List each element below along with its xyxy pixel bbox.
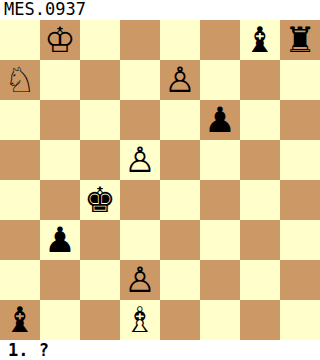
piece-white-pawn: ♙ — [124, 140, 155, 180]
square-g8[interactable]: ♝ — [240, 20, 280, 60]
square-a4[interactable] — [0, 180, 40, 220]
square-e1[interactable] — [160, 300, 200, 340]
piece-white-pawn: ♙ — [124, 260, 155, 300]
piece-black-pawn: ♟ — [44, 220, 75, 260]
square-c5[interactable] — [80, 140, 120, 180]
square-e4[interactable] — [160, 180, 200, 220]
square-g5[interactable] — [240, 140, 280, 180]
square-h8[interactable]: ♜ — [280, 20, 320, 60]
square-a7[interactable]: ♘ — [0, 60, 40, 100]
square-d8[interactable] — [120, 20, 160, 60]
square-f5[interactable] — [200, 140, 240, 180]
piece-white-bishop: ♗ — [124, 300, 155, 340]
square-e5[interactable] — [160, 140, 200, 180]
piece-white-king: ♔ — [44, 20, 75, 60]
square-b5[interactable] — [40, 140, 80, 180]
square-b3[interactable]: ♟ — [40, 220, 80, 260]
square-g7[interactable] — [240, 60, 280, 100]
square-b6[interactable] — [40, 100, 80, 140]
chess-board: ♔♝♜♘♙♟♙♚♟♙♝♗ — [0, 20, 320, 340]
square-c7[interactable] — [80, 60, 120, 100]
square-e3[interactable] — [160, 220, 200, 260]
piece-white-knight: ♘ — [4, 60, 35, 100]
piece-white-pawn: ♙ — [164, 60, 195, 100]
square-a1[interactable]: ♝ — [0, 300, 40, 340]
square-b1[interactable] — [40, 300, 80, 340]
square-b4[interactable] — [40, 180, 80, 220]
square-c3[interactable] — [80, 220, 120, 260]
square-e6[interactable] — [160, 100, 200, 140]
square-b7[interactable] — [40, 60, 80, 100]
square-g4[interactable] — [240, 180, 280, 220]
square-c2[interactable] — [80, 260, 120, 300]
square-e8[interactable] — [160, 20, 200, 60]
square-a8[interactable] — [0, 20, 40, 60]
square-d2[interactable]: ♙ — [120, 260, 160, 300]
square-g2[interactable] — [240, 260, 280, 300]
square-b8[interactable]: ♔ — [40, 20, 80, 60]
square-h7[interactable] — [280, 60, 320, 100]
square-g6[interactable] — [240, 100, 280, 140]
piece-black-rook: ♜ — [284, 20, 315, 60]
piece-black-king: ♚ — [84, 180, 115, 220]
square-f7[interactable] — [200, 60, 240, 100]
piece-black-bishop: ♝ — [4, 300, 35, 340]
square-d1[interactable]: ♗ — [120, 300, 160, 340]
square-f1[interactable] — [200, 300, 240, 340]
square-h6[interactable] — [280, 100, 320, 140]
puzzle-id: MES.0937 — [0, 0, 320, 20]
square-f8[interactable] — [200, 20, 240, 60]
square-d3[interactable] — [120, 220, 160, 260]
square-h4[interactable] — [280, 180, 320, 220]
square-a5[interactable] — [0, 140, 40, 180]
square-c1[interactable] — [80, 300, 120, 340]
piece-black-pawn: ♟ — [204, 100, 235, 140]
square-a2[interactable] — [0, 260, 40, 300]
piece-black-bishop: ♝ — [244, 20, 275, 60]
move-prompt: 1. ? — [0, 340, 320, 360]
square-g1[interactable] — [240, 300, 280, 340]
square-e2[interactable] — [160, 260, 200, 300]
square-h1[interactable] — [280, 300, 320, 340]
square-e7[interactable]: ♙ — [160, 60, 200, 100]
square-a6[interactable] — [0, 100, 40, 140]
square-f2[interactable] — [200, 260, 240, 300]
square-d6[interactable] — [120, 100, 160, 140]
square-c4[interactable]: ♚ — [80, 180, 120, 220]
square-h2[interactable] — [280, 260, 320, 300]
square-h3[interactable] — [280, 220, 320, 260]
square-c8[interactable] — [80, 20, 120, 60]
square-d4[interactable] — [120, 180, 160, 220]
square-d5[interactable]: ♙ — [120, 140, 160, 180]
square-f6[interactable]: ♟ — [200, 100, 240, 140]
square-c6[interactable] — [80, 100, 120, 140]
square-g3[interactable] — [240, 220, 280, 260]
square-f4[interactable] — [200, 180, 240, 220]
square-h5[interactable] — [280, 140, 320, 180]
square-b2[interactable] — [40, 260, 80, 300]
square-a3[interactable] — [0, 220, 40, 260]
square-f3[interactable] — [200, 220, 240, 260]
square-d7[interactable] — [120, 60, 160, 100]
